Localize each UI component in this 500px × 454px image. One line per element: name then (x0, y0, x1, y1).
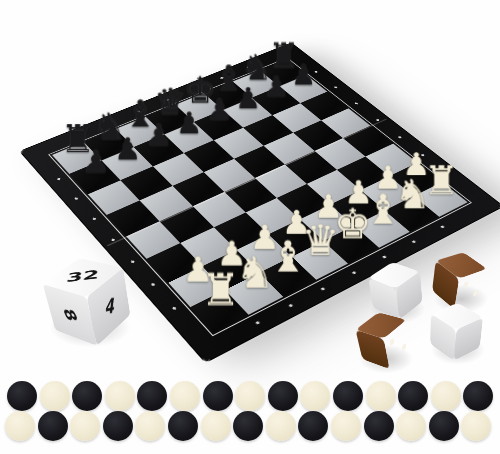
checker-cream (396, 411, 426, 441)
checkers-row-2 (5, 411, 491, 441)
checker-cream (331, 411, 361, 441)
checker-black (364, 411, 394, 441)
checker-cream (40, 381, 70, 411)
checker-cream (461, 411, 491, 441)
checker-black (7, 381, 37, 411)
checker-black (429, 411, 459, 441)
checker-cream (366, 381, 396, 411)
die-brown-2 (366, 322, 402, 358)
checker-cream (5, 411, 35, 441)
square-g1: ♞ (384, 196, 439, 232)
checker-black (168, 411, 198, 441)
checker-black (398, 381, 428, 411)
checker-cream (201, 411, 231, 441)
checker-black (203, 381, 233, 411)
checkers-row-1 (7, 381, 493, 411)
die-white-2-body (442, 310, 470, 352)
checker-cream (70, 411, 100, 441)
die-white-2 (438, 313, 474, 349)
checker-black (38, 411, 68, 441)
die-brown-1-body (443, 260, 475, 300)
checker-black (298, 411, 328, 441)
doubling-cube-body: 32 8 4 (64, 263, 109, 338)
doubling-cube-left-number: 8 (59, 308, 81, 322)
doubling-cube-right-number: 4 (104, 294, 116, 320)
die-brown-1 (441, 262, 477, 298)
die-white-1-body (382, 267, 409, 314)
piece-black-rook-h8: ♜ (268, 39, 299, 74)
checker-black (333, 381, 363, 411)
checker-black (72, 381, 102, 411)
checker-black (233, 411, 263, 441)
checker-black (268, 381, 298, 411)
checker-cream (300, 381, 330, 411)
checker-cream (170, 381, 200, 411)
checker-black (463, 381, 493, 411)
product-photo-scene: ♜♞♝♛♚♝♞♜♟♟♟♟♟♟♟♟♟♟♟♟♟♟♟♟♜♞♝♛♚♝♞♜ 32 8 4 (0, 0, 500, 454)
checker-black (103, 411, 133, 441)
checker-cream (235, 381, 265, 411)
checker-cream (431, 381, 461, 411)
doubling-cube: 32 8 4 (60, 272, 116, 328)
doubling-cube-top-number: 32 (65, 267, 100, 284)
die-brown-2-body (369, 316, 397, 364)
square-e6 (214, 127, 264, 158)
checker-cream (135, 411, 165, 441)
checker-cream (266, 411, 296, 441)
checker-cream (105, 381, 135, 411)
checker-black (137, 381, 167, 411)
die-white-1 (378, 272, 414, 308)
